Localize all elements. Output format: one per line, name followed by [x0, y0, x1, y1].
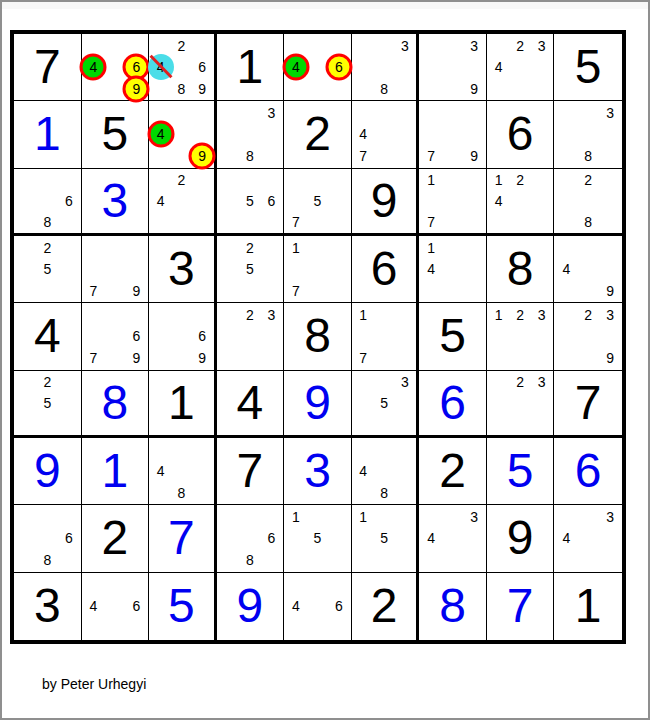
candidate-6[interactable]: 6: [328, 595, 350, 617]
candidate-9[interactable]: 9: [599, 280, 621, 301]
cell-r9c6[interactable]: 2: [352, 573, 420, 640]
empty-candidate-slot: [509, 413, 531, 434]
cell-r7c1[interactable]: 9: [14, 438, 82, 505]
empty-candidate-slot: [394, 102, 415, 123]
candidate-2[interactable]: 2: [37, 372, 59, 393]
empty-candidate-slot: [531, 190, 553, 211]
cell-r8c9[interactable]: 34: [554, 505, 622, 572]
cell-r5c5[interactable]: 8: [284, 303, 352, 370]
candidate-4[interactable]: 4: [150, 56, 171, 77]
candidate-9[interactable]: 9: [463, 145, 485, 166]
candidate-7[interactable]: 7: [420, 211, 442, 232]
empty-candidate-slot: [442, 170, 464, 191]
empty-candidate-slot: [353, 439, 374, 460]
empty-candidate-slot: [555, 304, 577, 325]
candidate-2[interactable]: 2: [171, 170, 192, 191]
cell-r1c5[interactable]: 46: [284, 34, 352, 101]
cell-r4c2[interactable]: 79: [82, 236, 150, 303]
given-digit: 7: [575, 379, 602, 427]
empty-candidate-slot: [599, 549, 621, 570]
cell-r5c7[interactable]: 5: [419, 303, 487, 370]
candidate-9[interactable]: 9: [192, 145, 213, 166]
cell-r8c7[interactable]: 34: [419, 505, 487, 572]
cell-r6c3[interactable]: 1: [149, 371, 217, 438]
cell-r8c6[interactable]: 15: [352, 505, 420, 572]
candidate-3[interactable]: 3: [261, 102, 283, 123]
candidate-8[interactable]: 8: [577, 211, 599, 232]
candidate-8[interactable]: 8: [577, 145, 599, 166]
empty-candidate-slot: [353, 56, 374, 77]
empty-candidate-slot: [239, 347, 261, 368]
candidate-8[interactable]: 8: [37, 211, 59, 232]
empty-candidate-slot: [15, 280, 37, 301]
cell-r9c7[interactable]: 8: [419, 573, 487, 640]
cell-r2c3[interactable]: 49: [149, 101, 217, 168]
cell-r4c6[interactable]: 6: [352, 236, 420, 303]
empty-candidate-slot: [104, 258, 126, 279]
empty-candidate-slot: [353, 528, 374, 549]
empty-candidate-slot: [328, 170, 350, 191]
cell-r4c1[interactable]: 25: [14, 236, 82, 303]
cell-r7c7[interactable]: 2: [419, 438, 487, 505]
cell-r2c5[interactable]: 2: [284, 101, 352, 168]
candidate-4[interactable]: 4: [285, 595, 307, 617]
cell-r6c2[interactable]: 8: [82, 371, 150, 438]
empty-candidate-slot: [104, 574, 126, 596]
cell-r8c8[interactable]: 9: [487, 505, 555, 572]
candidate-5[interactable]: 5: [374, 392, 395, 413]
window-top-strip: [0, 0, 650, 9]
cell-r2c8[interactable]: 6: [487, 101, 555, 168]
candidate-9[interactable]: 9: [192, 347, 213, 368]
empty-candidate-slot: [420, 35, 442, 56]
cell-r2c4[interactable]: 38: [217, 101, 285, 168]
cell-r2c7[interactable]: 79: [419, 101, 487, 168]
given-digit: 8: [304, 312, 331, 360]
empty-candidate-slot: [488, 78, 510, 99]
empty-candidate-slot: [285, 549, 307, 570]
cell-r8c1[interactable]: 68: [14, 505, 82, 572]
given-digit: 1: [575, 582, 602, 630]
empty-candidate-slot: [328, 617, 350, 639]
empty-candidate-slot: [171, 439, 192, 460]
cell-r8c5[interactable]: 15: [284, 505, 352, 572]
cell-r4c8[interactable]: 8: [487, 236, 555, 303]
empty-candidate-slot: [307, 549, 329, 570]
candidate-2[interactable]: 2: [509, 170, 531, 191]
candidate-9[interactable]: 9: [599, 347, 621, 368]
candidate-4[interactable]: 4: [150, 124, 171, 145]
empty-candidate-slot: [307, 617, 329, 639]
empty-candidate-slot: [531, 78, 553, 99]
cell-r3c6[interactable]: 9: [352, 169, 420, 236]
empty-candidate-slot: [239, 506, 261, 527]
candidate-5[interactable]: 5: [307, 190, 329, 211]
cell-r1c8[interactable]: 234: [487, 34, 555, 101]
cell-r5c8[interactable]: 123: [487, 303, 555, 370]
empty-candidate-slot: [577, 102, 599, 123]
candidate-1[interactable]: 1: [353, 506, 374, 527]
empty-candidate-slot: [509, 190, 531, 211]
empty-candidate-slot: [374, 35, 395, 56]
cell-r1c3[interactable]: 24689: [149, 34, 217, 101]
candidate-3[interactable]: 3: [261, 304, 283, 325]
empty-candidate-slot: [463, 237, 485, 258]
empty-candidate-slot: [37, 506, 59, 527]
cell-r6c9[interactable]: 7: [554, 371, 622, 438]
candidate-8[interactable]: 8: [239, 145, 261, 166]
given-digit: 2: [101, 514, 128, 562]
cell-r7c8[interactable]: 5: [487, 438, 555, 505]
author-caption: by Peter Urhegyi: [42, 676, 146, 692]
empty-candidate-slot: [394, 347, 415, 368]
given-digit: 3: [34, 582, 61, 630]
cell-r3c2[interactable]: 3: [82, 169, 150, 236]
cell-r6c5[interactable]: 9: [284, 371, 352, 438]
candidate-4[interactable]: 4: [285, 56, 307, 77]
empty-candidate-slot: [442, 528, 464, 549]
empty-candidate-slot: [463, 280, 485, 301]
candidate-6[interactable]: 6: [192, 326, 213, 347]
candidate-1[interactable]: 1: [285, 237, 307, 258]
cell-r1c1[interactable]: 7: [14, 34, 82, 101]
candidate-4[interactable]: 4: [150, 460, 171, 481]
cell-r3c1[interactable]: 68: [14, 169, 82, 236]
candidate-6[interactable]: 6: [126, 595, 148, 617]
empty-candidate-slot: [531, 56, 553, 77]
empty-candidate-slot: [218, 190, 240, 211]
candidate-8[interactable]: 8: [239, 549, 261, 570]
cell-r6c1[interactable]: 25: [14, 371, 82, 438]
empty-candidate-slot: [58, 506, 80, 527]
empty-candidate-slot: [353, 102, 374, 123]
empty-candidate-slot: [353, 549, 374, 570]
candidate-3[interactable]: 3: [599, 304, 621, 325]
candidate-5[interactable]: 5: [37, 392, 59, 413]
empty-candidate-slot: [374, 124, 395, 145]
cell-r7c5[interactable]: 3: [284, 438, 352, 505]
candidate-3[interactable]: 3: [463, 35, 485, 56]
empty-candidate-slot: [104, 237, 126, 258]
candidate-1[interactable]: 1: [488, 304, 510, 325]
candidate-6[interactable]: 6: [58, 528, 80, 549]
cell-r1c9[interactable]: 5: [554, 34, 622, 101]
empty-candidate-slot: [328, 78, 350, 99]
candidate-6[interactable]: 6: [192, 56, 213, 77]
cell-r7c6[interactable]: 48: [352, 438, 420, 505]
candidate-5[interactable]: 5: [239, 190, 261, 211]
candidate-8[interactable]: 8: [171, 78, 192, 99]
cell-r6c8[interactable]: 23: [487, 371, 555, 438]
candidate-3[interactable]: 3: [599, 506, 621, 527]
empty-candidate-slot: [488, 372, 510, 393]
candidate-8[interactable]: 8: [374, 78, 395, 99]
cell-r4c3[interactable]: 3: [149, 236, 217, 303]
empty-candidate-slot: [394, 460, 415, 481]
cell-r9c3[interactable]: 5: [149, 573, 217, 640]
candidate-2[interactable]: 2: [239, 237, 261, 258]
cell-r3c3[interactable]: 24: [149, 169, 217, 236]
candidate-4[interactable]: 4: [353, 124, 374, 145]
cell-r8c3[interactable]: 7: [149, 505, 217, 572]
candidate-3[interactable]: 3: [463, 506, 485, 527]
empty-candidate-slot: [374, 506, 395, 527]
given-digit: 4: [34, 312, 61, 360]
empty-candidate-slot: [104, 35, 126, 56]
empty-candidate-slot: [15, 528, 37, 549]
empty-candidate-slot: [150, 347, 171, 368]
candidate-2[interactable]: 2: [37, 237, 59, 258]
candidate-6[interactable]: 6: [261, 528, 283, 549]
empty-candidate-slot: [218, 528, 240, 549]
empty-candidate-slot: [374, 460, 395, 481]
candidate-2[interactable]: 2: [509, 304, 531, 325]
cell-r5c6[interactable]: 17: [352, 303, 420, 370]
empty-candidate-slot: [126, 574, 148, 596]
candidate-4[interactable]: 4: [420, 258, 442, 279]
candidate-4[interactable]: 4: [555, 258, 577, 279]
solved-digit: 9: [237, 582, 264, 630]
cell-r1c2[interactable]: 469: [82, 34, 150, 101]
empty-candidate-slot: [192, 439, 213, 460]
empty-candidate-slot: [192, 190, 213, 211]
cell-r7c9[interactable]: 6: [554, 438, 622, 505]
candidate-8[interactable]: 8: [37, 549, 59, 570]
candidate-5[interactable]: 5: [374, 528, 395, 549]
cell-r9c5[interactable]: 46: [284, 573, 352, 640]
cell-r4c5[interactable]: 17: [284, 236, 352, 303]
empty-candidate-slot: [374, 372, 395, 393]
given-digit: 9: [507, 514, 534, 562]
empty-candidate-slot: [328, 237, 350, 258]
cell-r7c3[interactable]: 48: [149, 438, 217, 505]
empty-candidate-slot: [37, 190, 59, 211]
candidate-1[interactable]: 1: [488, 170, 510, 191]
candidate-4[interactable]: 4: [488, 190, 510, 211]
candidate-1[interactable]: 1: [420, 237, 442, 258]
cell-r3c8[interactable]: 124: [487, 169, 555, 236]
cell-r9c4[interactable]: 9: [217, 573, 285, 640]
candidate-1[interactable]: 1: [353, 304, 374, 325]
cell-r7c4[interactable]: 7: [217, 438, 285, 505]
cell-r9c8[interactable]: 7: [487, 573, 555, 640]
cell-r8c4[interactable]: 68: [217, 505, 285, 572]
empty-candidate-slot: [126, 237, 148, 258]
candidate-2[interactable]: 2: [509, 372, 531, 393]
candidate-3[interactable]: 3: [599, 102, 621, 123]
candidate-6[interactable]: 6: [261, 190, 283, 211]
given-digit: 2: [371, 582, 398, 630]
empty-candidate-slot: [555, 326, 577, 347]
cell-r1c4[interactable]: 1: [217, 34, 285, 101]
empty-candidate-slot: [239, 211, 261, 232]
candidate-4[interactable]: 4: [353, 460, 374, 481]
candidate-3[interactable]: 3: [394, 35, 415, 56]
candidate-2[interactable]: 2: [509, 35, 531, 56]
candidate-9[interactable]: 9: [192, 78, 213, 99]
candidate-7[interactable]: 7: [285, 211, 307, 232]
empty-candidate-slot: [126, 258, 148, 279]
empty-candidate-slot: [307, 237, 329, 258]
candidate-7[interactable]: 7: [285, 280, 307, 301]
candidate-7[interactable]: 7: [353, 145, 374, 166]
candidate-5[interactable]: 5: [307, 528, 329, 549]
candidate-1[interactable]: 1: [420, 170, 442, 191]
candidate-7[interactable]: 7: [83, 347, 105, 368]
candidate-2[interactable]: 2: [171, 35, 192, 56]
empty-candidate-slot: [328, 190, 350, 211]
cell-r5c4[interactable]: 23: [217, 303, 285, 370]
candidate-7[interactable]: 7: [420, 145, 442, 166]
empty-candidate-slot: [420, 124, 442, 145]
empty-candidate-slot: [37, 528, 59, 549]
candidate-9[interactable]: 9: [126, 78, 148, 99]
cell-r2c2[interactable]: 5: [82, 101, 150, 168]
empty-candidate-slot: [353, 482, 374, 503]
cell-r5c3[interactable]: 69: [149, 303, 217, 370]
cell-r7c2[interactable]: 1: [82, 438, 150, 505]
cell-r3c7[interactable]: 17: [419, 169, 487, 236]
empty-candidate-slot: [420, 102, 442, 123]
candidate-3[interactable]: 3: [531, 304, 553, 325]
cell-r3c4[interactable]: 56: [217, 169, 285, 236]
cell-r2c6[interactable]: 47: [352, 101, 420, 168]
candidate-7[interactable]: 7: [83, 280, 105, 301]
candidate-9[interactable]: 9: [126, 347, 148, 368]
solved-digit: 3: [101, 177, 128, 225]
candidate-2[interactable]: 2: [239, 304, 261, 325]
candidate-2[interactable]: 2: [577, 304, 599, 325]
empty-candidate-slot: [374, 413, 395, 434]
candidate-5[interactable]: 5: [239, 258, 261, 279]
empty-candidate-slot: [171, 211, 192, 232]
empty-candidate-slot: [442, 56, 464, 77]
empty-candidate-slot: [394, 549, 415, 570]
candidate-8[interactable]: 8: [171, 482, 192, 503]
candidate-3[interactable]: 3: [531, 372, 553, 393]
empty-candidate-slot: [394, 124, 415, 145]
candidate-8[interactable]: 8: [374, 482, 395, 503]
empty-candidate-slot: [577, 124, 599, 145]
empty-candidate-slot: [58, 372, 80, 393]
cell-r8c2[interactable]: 2: [82, 505, 150, 572]
empty-candidate-slot: [328, 506, 350, 527]
empty-candidate-slot: [328, 528, 350, 549]
cell-r3c5[interactable]: 57: [284, 169, 352, 236]
empty-candidate-slot: [15, 413, 37, 434]
empty-candidate-slot: [285, 78, 307, 99]
empty-candidate-slot: [531, 326, 553, 347]
empty-candidate-slot: [218, 280, 240, 301]
candidate-6[interactable]: 6: [126, 326, 148, 347]
candidate-4[interactable]: 4: [83, 56, 105, 77]
cell-r1c7[interactable]: 39: [419, 34, 487, 101]
empty-candidate-slot: [285, 190, 307, 211]
empty-candidate-slot: [531, 170, 553, 191]
empty-candidate-slot: [192, 211, 213, 232]
cell-r6c6[interactable]: 35: [352, 371, 420, 438]
empty-candidate-slot: [150, 482, 171, 503]
given-digit: 1: [237, 43, 264, 91]
cell-r1c6[interactable]: 38: [352, 34, 420, 101]
empty-candidate-slot: [555, 211, 577, 232]
sudoku-board: 7469246891463839234515493824779638683245…: [10, 30, 626, 644]
candidate-6[interactable]: 6: [328, 56, 350, 77]
empty-candidate-slot: [261, 211, 283, 232]
candidate-1[interactable]: 1: [285, 506, 307, 527]
cell-r2c9[interactable]: 38: [554, 101, 622, 168]
empty-candidate-slot: [463, 190, 485, 211]
empty-candidate-slot: [555, 170, 577, 191]
empty-candidate-slot: [463, 56, 485, 77]
cell-r5c2[interactable]: 679: [82, 303, 150, 370]
candidate-5[interactable]: 5: [37, 258, 59, 279]
empty-candidate-slot: [442, 102, 464, 123]
candidate-4[interactable]: 4: [488, 56, 510, 77]
given-digit: 3: [168, 245, 195, 293]
empty-candidate-slot: [218, 347, 240, 368]
empty-candidate-slot: [15, 258, 37, 279]
empty-candidate-slot: [463, 528, 485, 549]
empty-candidate-slot: [488, 35, 510, 56]
cell-r2c1[interactable]: 1: [14, 101, 82, 168]
empty-candidate-slot: [442, 280, 464, 301]
candidate-3[interactable]: 3: [531, 35, 553, 56]
empty-candidate-slot: [58, 237, 80, 258]
empty-candidate-slot: [555, 506, 577, 527]
empty-candidate-slot: [126, 304, 148, 325]
candidate-3[interactable]: 3: [394, 372, 415, 393]
candidate-2[interactable]: 2: [577, 170, 599, 191]
candidate-4[interactable]: 4: [555, 528, 577, 549]
cell-r6c4[interactable]: 4: [217, 371, 285, 438]
empty-candidate-slot: [261, 326, 283, 347]
empty-candidate-slot: [463, 211, 485, 232]
cell-r9c9[interactable]: 1: [554, 573, 622, 640]
candidate-4[interactable]: 4: [420, 528, 442, 549]
given-digit: 5: [101, 110, 128, 158]
cell-r9c2[interactable]: 46: [82, 573, 150, 640]
cell-r5c1[interactable]: 4: [14, 303, 82, 370]
cell-r5c9[interactable]: 239: [554, 303, 622, 370]
candidate-4[interactable]: 4: [150, 190, 171, 211]
candidate-4[interactable]: 4: [83, 595, 105, 617]
empty-candidate-slot: [463, 102, 485, 123]
cell-r6c7[interactable]: 6: [419, 371, 487, 438]
given-digit: 2: [304, 110, 331, 158]
candidate-9[interactable]: 9: [463, 78, 485, 99]
empty-candidate-slot: [58, 170, 80, 191]
empty-candidate-slot: [555, 280, 577, 301]
cell-r9c1[interactable]: 3: [14, 573, 82, 640]
candidate-7[interactable]: 7: [353, 347, 374, 368]
empty-candidate-slot: [150, 211, 171, 232]
empty-candidate-slot: [307, 211, 329, 232]
cell-r4c9[interactable]: 49: [554, 236, 622, 303]
cell-r4c4[interactable]: 25: [217, 236, 285, 303]
empty-candidate-slot: [394, 392, 415, 413]
solved-digit: 3: [304, 447, 331, 495]
empty-candidate-slot: [442, 237, 464, 258]
empty-candidate-slot: [104, 326, 126, 347]
empty-candidate-slot: [37, 280, 59, 301]
empty-candidate-slot: [555, 124, 577, 145]
candidate-9[interactable]: 9: [126, 280, 148, 301]
empty-candidate-slot: [83, 78, 105, 99]
cell-r4c7[interactable]: 14: [419, 236, 487, 303]
candidate-6[interactable]: 6: [58, 190, 80, 211]
cell-r3c9[interactable]: 28: [554, 169, 622, 236]
